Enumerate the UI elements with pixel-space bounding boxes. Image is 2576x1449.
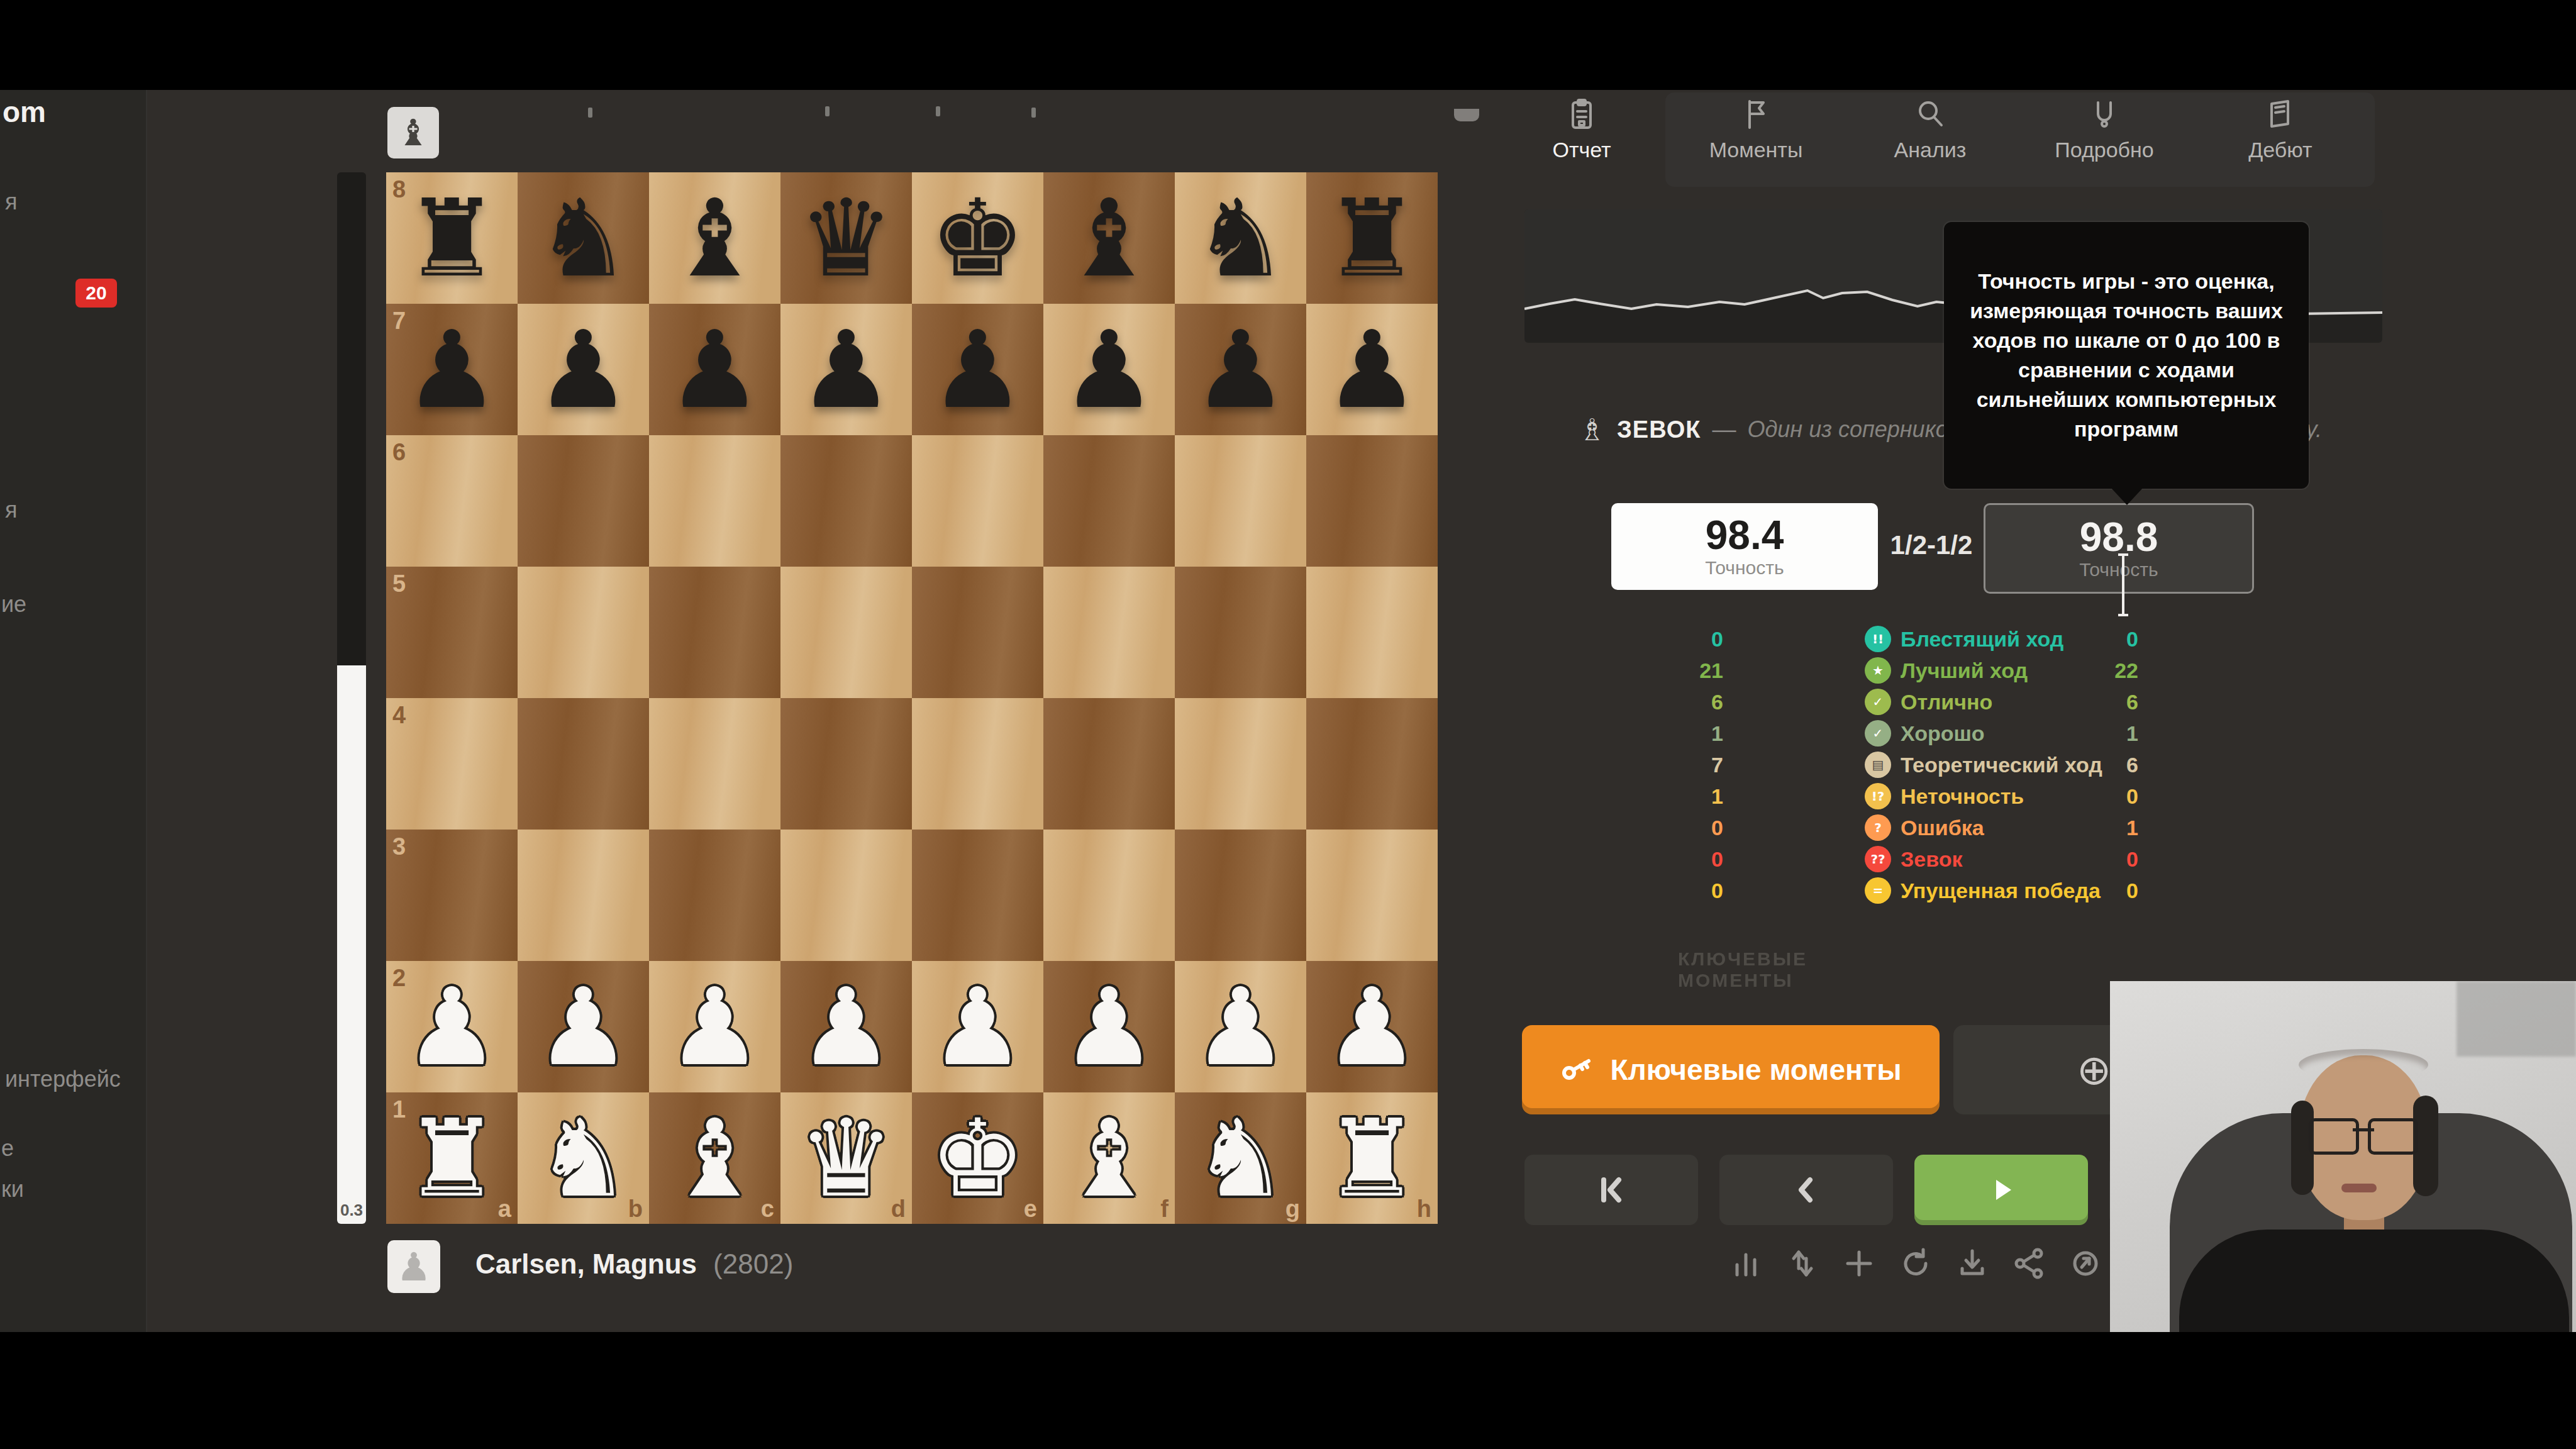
white-bishop[interactable]: ♝ [1043, 1092, 1175, 1224]
square-g3[interactable] [1175, 830, 1306, 961]
square-b5[interactable] [518, 567, 649, 698]
square-a6[interactable]: 6 [386, 435, 518, 567]
square-f3[interactable] [1043, 830, 1175, 961]
black-pawn[interactable]: ♟ [649, 304, 780, 435]
classification-icon: = [1865, 877, 1891, 904]
top-player-avatar[interactable]: ♝ [387, 107, 439, 158]
square-h8[interactable]: ♜ [1306, 172, 1438, 304]
square-a1[interactable]: 1a♜ [386, 1092, 518, 1224]
square-f7[interactable]: ♟ [1043, 304, 1175, 435]
text-cursor [2122, 553, 2124, 616]
reload-icon[interactable] [1898, 1246, 1933, 1281]
white-move-count: 6 [1648, 690, 1723, 714]
rank-label: 5 [392, 570, 406, 597]
chess-board[interactable]: 8♜♞♝♛♚♝♞♜7♟♟♟♟♟♟♟♟65432♟♟♟♟♟♟♟♟1a♜b♞c♝d♛… [386, 172, 1438, 1224]
rank-label: 6 [392, 439, 406, 466]
square-g2[interactable]: ♟ [1175, 961, 1306, 1092]
key-moments-header: КЛЮЧЕВЫЕ МОМЕНТЫ [1678, 948, 1807, 991]
square-a8[interactable]: 8♜ [386, 172, 518, 304]
white-accuracy-value: 98.4 [1706, 514, 1784, 557]
tab-details[interactable]: Подробно [2023, 96, 2186, 162]
square-c6[interactable] [649, 435, 780, 567]
bishop-outline-icon: ♗ [1579, 412, 1606, 447]
square-d7[interactable]: ♟ [780, 304, 912, 435]
square-h5[interactable] [1306, 567, 1438, 698]
square-d4[interactable] [780, 698, 912, 830]
key-moments-label: Ключевые моменты [1610, 1053, 1901, 1087]
evaluation-bar-white [337, 665, 366, 1224]
classification-icon: ?? [1865, 846, 1891, 872]
square-c4[interactable] [649, 698, 780, 830]
square-g7[interactable]: ♟ [1175, 304, 1306, 435]
square-b1[interactable]: b♞ [518, 1092, 649, 1224]
square-e8[interactable]: ♚ [912, 172, 1043, 304]
download-icon[interactable] [1955, 1246, 1990, 1281]
tab-details-label: Подробно [2055, 138, 2153, 162]
white-bishop[interactable]: ♝ [649, 1092, 780, 1224]
classification-icon: !! [1865, 626, 1891, 652]
square-d3[interactable] [780, 830, 912, 961]
move-classification-list: 0!!Блестящий ход021★Лучший ход226✓Отличн… [1648, 623, 2189, 906]
square-f8[interactable]: ♝ [1043, 172, 1175, 304]
black-move-count: 0 [2075, 879, 2138, 903]
black-bishop[interactable]: ♝ [649, 172, 780, 304]
white-king[interactable]: ♚ [912, 1092, 1043, 1224]
letterbox-top [0, 0, 2576, 90]
square-e7[interactable]: ♟ [912, 304, 1043, 435]
magnifier-icon [1913, 96, 1948, 131]
book-icon [2263, 96, 2298, 131]
square-g8[interactable]: ♞ [1175, 172, 1306, 304]
square-e3[interactable] [912, 830, 1043, 961]
classification-row: 21★Лучший ход22 [1648, 655, 2189, 686]
square-h6[interactable] [1306, 435, 1438, 567]
report-icon [1564, 96, 1599, 131]
white-pawn[interactable]: ♟ [1306, 961, 1438, 1092]
black-pawn[interactable]: ♟ [1175, 304, 1306, 435]
person-sweater [2179, 1230, 2569, 1332]
black-king[interactable]: ♚ [912, 172, 1043, 304]
classification-row: 7▤Теоретический ход6 [1648, 749, 2189, 780]
classification-icon: ✓ [1865, 720, 1891, 747]
white-accuracy-box: 98.4 Точность [1611, 503, 1878, 590]
key-moments-button[interactable]: Ключевые моменты [1522, 1025, 1940, 1114]
accuracy-tooltip-text: Точность игры - это оценка, измеряющая т… [1960, 267, 2292, 444]
square-a7[interactable]: 7♟ [386, 304, 518, 435]
accuracy-tooltip: Точность игры - это оценка, измеряющая т… [1944, 222, 2309, 489]
white-knight[interactable]: ♞ [1175, 1092, 1306, 1224]
black-move-count: 22 [2075, 658, 2138, 683]
square-h7[interactable]: ♟ [1306, 304, 1438, 435]
white-pawn[interactable]: ♟ [1043, 961, 1175, 1092]
evaluation-bar: 0.3 [337, 172, 366, 1224]
square-f1[interactable]: f♝ [1043, 1092, 1175, 1224]
play-icon [1984, 1172, 2019, 1207]
white-rook[interactable]: ♜ [386, 1092, 518, 1224]
black-move-count: 0 [2075, 627, 2138, 652]
bottom-player-rating: (2802) [713, 1248, 793, 1280]
previous-move-icon [1789, 1172, 1824, 1207]
black-pawn[interactable]: ♟ [780, 304, 912, 435]
square-c8[interactable]: ♝ [649, 172, 780, 304]
square-a5[interactable]: 5 [386, 567, 518, 698]
square-c2[interactable]: ♟ [649, 961, 780, 1092]
classification-row: 0?Ошибка1 [1648, 812, 2189, 843]
sidebar-item-fragment[interactable]: е [1, 1135, 14, 1162]
black-queen[interactable]: ♛ [780, 172, 912, 304]
square-f5[interactable] [1043, 567, 1175, 698]
white-move-count: 0 [1648, 816, 1723, 840]
square-g6[interactable] [1175, 435, 1306, 567]
top-player-name-fragment [588, 108, 592, 118]
top-player-name-fragment [1031, 108, 1036, 118]
white-move-count: 0 [1648, 627, 1723, 652]
square-a3[interactable]: 3 [386, 830, 518, 961]
white-knight[interactable]: ♞ [518, 1092, 649, 1224]
black-knight[interactable]: ♞ [518, 172, 649, 304]
sidebar-item-fragment[interactable]: ие [1, 591, 26, 618]
white-queen[interactable]: ♛ [780, 1092, 912, 1224]
classification-row: 0??Зевок0 [1648, 843, 2189, 875]
black-pawn[interactable]: ♟ [386, 304, 518, 435]
white-move-count: 1 [1648, 784, 1723, 809]
top-player-name-fragment [825, 106, 830, 116]
tab-opening-label: Дебют [2248, 138, 2312, 162]
tab-report-label: Отчет [1552, 138, 1611, 162]
black-rook[interactable]: ♜ [386, 172, 518, 304]
top-player-name-fragment [936, 106, 940, 116]
play-button[interactable] [1914, 1155, 2088, 1225]
square-d5[interactable] [780, 567, 912, 698]
bottom-player-row: Carlsen, Magnus (2802) [475, 1248, 793, 1280]
move-term: ЗЕВОК [1617, 416, 1701, 443]
black-rook[interactable]: ♜ [1306, 172, 1438, 304]
black-move-count: 6 [2075, 690, 2138, 714]
white-pawn-avatar-icon: ♟ [396, 1244, 431, 1290]
black-move-count: 1 [2075, 816, 2138, 840]
square-b6[interactable] [518, 435, 649, 567]
details-icon [2087, 96, 2122, 131]
person-glasses [2309, 1118, 2418, 1151]
square-d8[interactable]: ♛ [780, 172, 912, 304]
classification-row: 0!!Блестящий ход0 [1648, 623, 2189, 655]
tab-moments[interactable]: Моменты [1674, 96, 1838, 162]
sidebar-item-fragment[interactable]: я [5, 189, 18, 215]
classification-label: Блестящий ход [1901, 627, 2063, 652]
square-h2[interactable]: ♟ [1306, 961, 1438, 1092]
evaluation-value: 0.3 [337, 1201, 366, 1220]
white-move-count: 7 [1648, 753, 1723, 777]
classification-icon: !? [1865, 783, 1891, 809]
tab-opening[interactable]: Дебют [2199, 96, 2362, 162]
classification-row: 6✓Отлично6 [1648, 686, 2189, 718]
square-a2[interactable]: 2♟ [386, 961, 518, 1092]
square-b4[interactable] [518, 698, 649, 830]
square-e1[interactable]: e♚ [912, 1092, 1043, 1224]
rank-label: 3 [392, 833, 406, 860]
bottom-player-name[interactable]: Carlsen, Magnus [475, 1248, 697, 1280]
sidebar-item-fragment[interactable]: я [5, 497, 18, 523]
black-pawn[interactable]: ♟ [518, 304, 649, 435]
dash: — [1712, 416, 1736, 443]
chesscom-logo-fragment[interactable]: om [3, 95, 46, 129]
square-f4[interactable] [1043, 698, 1175, 830]
classification-label: Отлично [1901, 690, 1992, 714]
app-root: om яяиеинтерфейсеки 20 ♝ 0.3 8♜♞♝♛♚♝♞♜7♟… [0, 0, 2576, 1449]
left-sidebar: om яяиеинтерфейсеки 20 [0, 90, 147, 1332]
tab-report[interactable]: Отчет [1500, 96, 1663, 162]
white-pawn[interactable]: ♟ [912, 961, 1043, 1092]
square-b3[interactable] [518, 830, 649, 961]
white-pawn[interactable]: ♟ [780, 961, 912, 1092]
square-f2[interactable]: ♟ [1043, 961, 1175, 1092]
square-f6[interactable] [1043, 435, 1175, 567]
previous-move-button[interactable] [1719, 1155, 1893, 1225]
classification-label: Неточность [1901, 784, 2024, 809]
black-piece-avatar-icon: ♝ [397, 111, 430, 154]
classification-label: Хорошо [1901, 721, 1985, 746]
white-move-count: 1 [1648, 721, 1723, 746]
classification-label: Лучший ход [1901, 658, 2028, 683]
black-knight[interactable]: ♞ [1175, 172, 1306, 304]
classification-row: 1✓Хорошо1 [1648, 718, 2189, 749]
first-move-icon [1594, 1172, 1629, 1207]
white-accuracy-label: Точность [1705, 557, 1784, 579]
black-pawn[interactable]: ♟ [912, 304, 1043, 435]
circle-plus-icon: ⊕ [2077, 1046, 2111, 1094]
classification-row: 0=Упущенная победа0 [1648, 875, 2189, 906]
letterbox-bottom [0, 1332, 2576, 1449]
classification-label: Ошибка [1901, 816, 1984, 840]
black-move-count: 0 [2075, 784, 2138, 809]
person-hair [2299, 1049, 2428, 1080]
square-c1[interactable]: c♝ [649, 1092, 780, 1224]
black-pawn[interactable]: ♟ [1043, 304, 1175, 435]
square-b2[interactable]: ♟ [518, 961, 649, 1092]
square-e6[interactable] [912, 435, 1043, 567]
white-rook[interactable]: ♜ [1306, 1092, 1438, 1224]
webcam-overlay [2110, 981, 2576, 1332]
white-pawn[interactable]: ♟ [649, 961, 780, 1092]
white-move-count: 21 [1648, 658, 1723, 683]
classification-label: Зевок [1901, 847, 1962, 872]
black-move-count: 1 [2075, 721, 2138, 746]
square-c7[interactable]: ♟ [649, 304, 780, 435]
rank-label: 4 [392, 702, 406, 729]
square-e5[interactable] [912, 567, 1043, 698]
black-accuracy-value: 98.8 [2080, 516, 2158, 558]
square-d1[interactable]: d♛ [780, 1092, 912, 1224]
classification-icon: ★ [1865, 657, 1891, 684]
classification-icon: ▤ [1865, 752, 1891, 778]
flip-board-icon[interactable] [1785, 1246, 1820, 1281]
square-b8[interactable]: ♞ [518, 172, 649, 304]
add-icon[interactable] [1841, 1246, 1877, 1281]
tooltip-arrow [2111, 487, 2143, 505]
black-pawn[interactable]: ♟ [1306, 304, 1438, 435]
wall-shadow [2457, 981, 2576, 1057]
bottom-player-avatar[interactable]: ♟ [387, 1240, 440, 1293]
square-a4[interactable]: 4 [386, 698, 518, 830]
white-pawn[interactable]: ♟ [1175, 961, 1306, 1092]
square-b7[interactable]: ♟ [518, 304, 649, 435]
white-move-count: 0 [1648, 847, 1723, 872]
square-d2[interactable]: ♟ [780, 961, 912, 1092]
classification-row: 1!?Неточность0 [1648, 780, 2189, 812]
square-c5[interactable] [649, 567, 780, 698]
white-pawn[interactable]: ♟ [518, 961, 649, 1092]
analysis-toolbar [1728, 1246, 2103, 1281]
classification-icon: ? [1865, 814, 1891, 841]
square-g1[interactable]: g♞ [1175, 1092, 1306, 1224]
white-move-count: 0 [1648, 879, 1723, 903]
square-h1[interactable]: h♜ [1306, 1092, 1438, 1224]
classification-label: Упущенная победа [1901, 879, 2101, 903]
square-d6[interactable] [780, 435, 912, 567]
square-e2[interactable]: ♟ [912, 961, 1043, 1092]
tab-analysis[interactable]: Анализ [1848, 96, 2012, 162]
page-background: om яяиеинтерфейсеки 20 ♝ 0.3 8♜♞♝♛♚♝♞♜7♟… [0, 90, 2576, 1332]
square-h3[interactable] [1306, 830, 1438, 961]
black-accuracy-label: Точность [2079, 559, 2158, 580]
first-move-button[interactable] [1524, 1155, 1698, 1225]
black-move-count: 6 [2075, 753, 2138, 777]
classification-icon: ✓ [1865, 689, 1891, 715]
focus-icon[interactable] [2068, 1246, 2103, 1281]
sidebar-item-fragment[interactable]: ки [1, 1176, 24, 1202]
square-g5[interactable] [1175, 567, 1306, 698]
square-e4[interactable] [912, 698, 1043, 830]
black-bishop[interactable]: ♝ [1043, 172, 1175, 304]
square-g4[interactable] [1175, 698, 1306, 830]
white-pawn[interactable]: ♟ [386, 961, 518, 1092]
square-h4[interactable] [1306, 698, 1438, 830]
stats-icon[interactable] [1728, 1246, 1763, 1281]
messages-count-badge: 20 [75, 279, 117, 308]
gear-icon[interactable] [1454, 109, 1479, 121]
black-move-count: 0 [2075, 847, 2138, 872]
square-c3[interactable] [649, 830, 780, 961]
flag-icon [1738, 96, 1774, 131]
classification-label: Теоретический ход [1901, 753, 2102, 777]
tab-moments-label: Моменты [1709, 138, 1803, 162]
tab-analysis-label: Анализ [1894, 138, 1967, 162]
share-icon[interactable] [2011, 1246, 2046, 1281]
sidebar-item-fragment[interactable]: интерфейс [5, 1066, 121, 1092]
person-mouth [2341, 1184, 2377, 1192]
key-icon [1560, 1053, 1594, 1087]
black-accuracy-box[interactable]: 98.8 Точность [1984, 503, 2254, 594]
game-result: 1/2-1/2 [1884, 530, 1979, 560]
